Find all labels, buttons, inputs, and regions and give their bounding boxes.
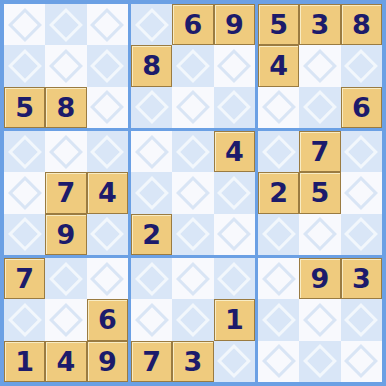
diamond-decoration bbox=[303, 90, 337, 124]
cell-r4c7[interactable] bbox=[258, 131, 299, 172]
cell-r2c1[interactable] bbox=[4, 45, 45, 86]
cell-r7c4[interactable] bbox=[131, 258, 172, 299]
cell-r3c7[interactable] bbox=[258, 87, 299, 128]
cell-r8c8[interactable] bbox=[299, 299, 340, 340]
diamond-decoration bbox=[90, 135, 124, 169]
cell-r1c3[interactable] bbox=[87, 4, 128, 45]
box-r2c1: 749 bbox=[4, 131, 128, 255]
box-r3c2: 173 bbox=[131, 258, 255, 382]
diamond-decoration bbox=[262, 344, 296, 378]
cell-r9c7[interactable] bbox=[258, 341, 299, 382]
cell-r4c3[interactable] bbox=[87, 131, 128, 172]
diamond-decoration bbox=[344, 344, 378, 378]
diamond-decoration bbox=[176, 217, 210, 251]
cell-r2c6[interactable] bbox=[214, 45, 255, 86]
diamond-decoration bbox=[49, 262, 83, 296]
cell-r4c1[interactable] bbox=[4, 131, 45, 172]
cell-r5c8: 5 bbox=[299, 172, 340, 213]
diamond-decoration bbox=[90, 90, 124, 124]
cell-r7c2[interactable] bbox=[45, 258, 86, 299]
cell-r2c4: 8 bbox=[131, 45, 172, 86]
diamond-decoration bbox=[176, 49, 210, 83]
diamond-decoration bbox=[49, 49, 83, 83]
cell-r8c3: 6 bbox=[87, 299, 128, 340]
diamond-decoration bbox=[344, 49, 378, 83]
diamond-decoration bbox=[90, 8, 124, 42]
diamond-decoration bbox=[176, 303, 210, 337]
diamond-decoration bbox=[303, 217, 337, 251]
cell-r6c4: 2 bbox=[131, 214, 172, 255]
cell-r7c5[interactable] bbox=[172, 258, 213, 299]
cell-r8c1[interactable] bbox=[4, 299, 45, 340]
diamond-decoration bbox=[262, 262, 296, 296]
diamond-decoration bbox=[344, 217, 378, 251]
cell-r4c6: 4 bbox=[214, 131, 255, 172]
cell-r4c4[interactable] bbox=[131, 131, 172, 172]
cell-r8c2[interactable] bbox=[45, 299, 86, 340]
cell-r4c8: 7 bbox=[299, 131, 340, 172]
cell-r2c8[interactable] bbox=[299, 45, 340, 86]
cell-r5c1[interactable] bbox=[4, 172, 45, 213]
diamond-decoration bbox=[176, 90, 210, 124]
cell-r5c2: 7 bbox=[45, 172, 86, 213]
cell-r6c2: 9 bbox=[45, 214, 86, 255]
cell-r1c7: 5 bbox=[258, 4, 299, 45]
diamond-decoration bbox=[344, 176, 378, 210]
sudoku-board: 5869853846749427257614917393 bbox=[0, 0, 386, 386]
cell-r3c3[interactable] bbox=[87, 87, 128, 128]
cell-r1c4[interactable] bbox=[131, 4, 172, 45]
cell-r8c9[interactable] bbox=[341, 299, 382, 340]
diamond-decoration bbox=[49, 303, 83, 337]
diamond-decoration bbox=[262, 217, 296, 251]
diamond-decoration bbox=[176, 176, 210, 210]
cell-r3c2: 8 bbox=[45, 87, 86, 128]
cell-r1c6: 9 bbox=[214, 4, 255, 45]
box-r2c2: 42 bbox=[131, 131, 255, 255]
cell-r9c9[interactable] bbox=[341, 341, 382, 382]
cell-r2c9[interactable] bbox=[341, 45, 382, 86]
diamond-decoration bbox=[303, 49, 337, 83]
diamond-decoration bbox=[49, 8, 83, 42]
diamond-decoration bbox=[262, 135, 296, 169]
box-r3c1: 76149 bbox=[4, 258, 128, 382]
cell-r3c5[interactable] bbox=[172, 87, 213, 128]
cell-r1c9: 8 bbox=[341, 4, 382, 45]
cell-r4c5[interactable] bbox=[172, 131, 213, 172]
diamond-decoration bbox=[303, 303, 337, 337]
cell-r7c3[interactable] bbox=[87, 258, 128, 299]
diamond-decoration bbox=[135, 90, 169, 124]
cell-r5c4[interactable] bbox=[131, 172, 172, 213]
diamond-decoration bbox=[262, 90, 296, 124]
diamond-decoration bbox=[217, 90, 251, 124]
cell-r1c1[interactable] bbox=[4, 4, 45, 45]
diamond-decoration bbox=[135, 8, 169, 42]
diamond-decoration bbox=[176, 262, 210, 296]
diamond-decoration bbox=[8, 135, 42, 169]
cell-r3c8[interactable] bbox=[299, 87, 340, 128]
cell-r3c1: 5 bbox=[4, 87, 45, 128]
diamond-decoration bbox=[217, 49, 251, 83]
box-r1c1: 58 bbox=[4, 4, 128, 128]
cell-r7c7[interactable] bbox=[258, 258, 299, 299]
cell-r3c4[interactable] bbox=[131, 87, 172, 128]
diamond-decoration bbox=[8, 217, 42, 251]
cell-r9c1: 1 bbox=[4, 341, 45, 382]
diamond-decoration bbox=[135, 303, 169, 337]
cell-r2c5[interactable] bbox=[172, 45, 213, 86]
cell-r8c5[interactable] bbox=[172, 299, 213, 340]
cell-r8c6: 1 bbox=[214, 299, 255, 340]
cell-r6c5[interactable] bbox=[172, 214, 213, 255]
diamond-decoration bbox=[49, 135, 83, 169]
diamond-decoration bbox=[303, 344, 337, 378]
cell-r1c8: 3 bbox=[299, 4, 340, 45]
diamond-decoration bbox=[135, 176, 169, 210]
diamond-decoration bbox=[8, 49, 42, 83]
cell-r6c9[interactable] bbox=[341, 214, 382, 255]
cell-r2c7: 4 bbox=[258, 45, 299, 86]
cell-r3c9: 6 bbox=[341, 87, 382, 128]
cell-r9c5: 3 bbox=[172, 341, 213, 382]
cell-r1c2[interactable] bbox=[45, 4, 86, 45]
cell-r9c8[interactable] bbox=[299, 341, 340, 382]
diamond-decoration bbox=[344, 303, 378, 337]
box-r1c3: 53846 bbox=[258, 4, 382, 128]
cell-r7c6[interactable] bbox=[214, 258, 255, 299]
cell-r5c6[interactable] bbox=[214, 172, 255, 213]
diamond-decoration bbox=[344, 135, 378, 169]
cell-r9c6[interactable] bbox=[214, 341, 255, 382]
cell-r5c5[interactable] bbox=[172, 172, 213, 213]
cell-r5c3: 4 bbox=[87, 172, 128, 213]
cell-r7c9: 3 bbox=[341, 258, 382, 299]
diamond-decoration bbox=[90, 262, 124, 296]
cell-r9c4: 7 bbox=[131, 341, 172, 382]
diamond-decoration bbox=[217, 344, 251, 378]
box-r2c3: 725 bbox=[258, 131, 382, 255]
cell-r8c4[interactable] bbox=[131, 299, 172, 340]
cell-r4c2[interactable] bbox=[45, 131, 86, 172]
cell-r4c9[interactable] bbox=[341, 131, 382, 172]
cell-r2c3[interactable] bbox=[87, 45, 128, 86]
diamond-decoration bbox=[8, 8, 42, 42]
cell-r7c8: 9 bbox=[299, 258, 340, 299]
cell-r6c3[interactable] bbox=[87, 214, 128, 255]
cell-r6c1[interactable] bbox=[4, 214, 45, 255]
cell-r6c8[interactable] bbox=[299, 214, 340, 255]
diamond-decoration bbox=[135, 135, 169, 169]
diamond-decoration bbox=[90, 217, 124, 251]
diamond-decoration bbox=[176, 135, 210, 169]
cell-r8c7[interactable] bbox=[258, 299, 299, 340]
diamond-decoration bbox=[8, 303, 42, 337]
cell-r9c3: 9 bbox=[87, 341, 128, 382]
diamond-decoration bbox=[8, 176, 42, 210]
cell-r1c5: 6 bbox=[172, 4, 213, 45]
box-r1c2: 698 bbox=[131, 4, 255, 128]
cell-r6c7[interactable] bbox=[258, 214, 299, 255]
diamond-decoration bbox=[217, 176, 251, 210]
box-r3c3: 93 bbox=[258, 258, 382, 382]
cell-r6c6[interactable] bbox=[214, 214, 255, 255]
cell-r3c6[interactable] bbox=[214, 87, 255, 128]
diamond-decoration bbox=[217, 217, 251, 251]
cell-r7c1: 7 bbox=[4, 258, 45, 299]
diamond-decoration bbox=[217, 262, 251, 296]
cell-r5c9[interactable] bbox=[341, 172, 382, 213]
cell-r5c7: 2 bbox=[258, 172, 299, 213]
cell-r2c2[interactable] bbox=[45, 45, 86, 86]
diamond-decoration bbox=[262, 303, 296, 337]
cell-r9c2: 4 bbox=[45, 341, 86, 382]
diamond-decoration bbox=[135, 262, 169, 296]
diamond-decoration bbox=[90, 49, 124, 83]
